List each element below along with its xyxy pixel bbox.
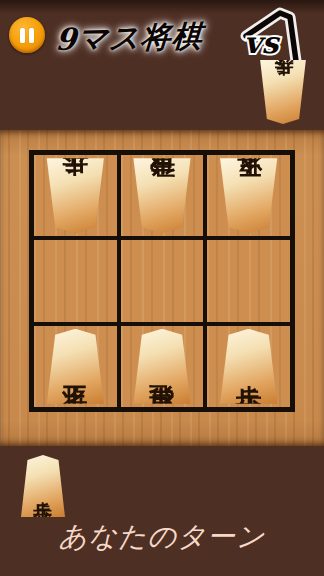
board-panel: 歩兵 飛車 玉将 bbox=[0, 130, 324, 446]
opponent-hand-piece[interactable]: 歩兵 bbox=[257, 60, 309, 124]
board-cell[interactable]: 歩兵 bbox=[207, 326, 290, 407]
piece-kanji: 飛車 bbox=[149, 365, 175, 367]
shogi-piece[interactable]: 王将 bbox=[43, 329, 108, 404]
shogi-board: 歩兵 飛車 玉将 bbox=[29, 150, 295, 412]
board-cell[interactable]: 王将 bbox=[34, 326, 117, 407]
status-bar: 歩兵 あなたのターン bbox=[0, 446, 324, 576]
turn-status-text: あなたのターン bbox=[0, 518, 324, 556]
piece-kanji: 飛車 bbox=[149, 195, 175, 197]
piece-kanji: 玉将 bbox=[236, 195, 262, 197]
board-cell[interactable] bbox=[207, 240, 290, 321]
app-title: 9マス将棋 bbox=[0, 15, 260, 63]
title-bar: 9マス将棋 vs 歩兵 bbox=[0, 0, 324, 130]
board-cell[interactable]: 玉将 bbox=[207, 155, 290, 236]
player-hand-piece[interactable]: 歩兵 bbox=[18, 455, 68, 517]
piece-kanji: 歩兵 bbox=[236, 365, 262, 367]
board-cell[interactable] bbox=[121, 240, 204, 321]
piece-kanji: 歩兵 bbox=[62, 195, 88, 197]
shogi-piece[interactable]: 歩兵 bbox=[216, 329, 281, 404]
vs-logo-icon: vs bbox=[238, 6, 318, 64]
board-cell[interactable]: 飛車 bbox=[121, 326, 204, 407]
shogi-piece[interactable]: 飛車 bbox=[129, 158, 194, 233]
board-cell[interactable] bbox=[34, 240, 117, 321]
shogi-piece[interactable]: 玉将 bbox=[216, 158, 281, 233]
svg-text:vs: vs bbox=[244, 25, 280, 60]
shogi-piece[interactable]: 歩兵 bbox=[43, 158, 108, 233]
board-cell[interactable]: 歩兵 bbox=[34, 155, 117, 236]
board-cell[interactable]: 飛車 bbox=[121, 155, 204, 236]
piece-kanji: 王将 bbox=[62, 365, 88, 367]
shogi-piece[interactable]: 飛車 bbox=[129, 329, 194, 404]
